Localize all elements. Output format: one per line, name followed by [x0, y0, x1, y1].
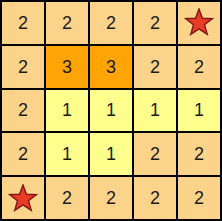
- star-icon: [184, 8, 214, 37]
- cell-number: 2: [150, 145, 160, 163]
- cell-number: 1: [194, 101, 204, 119]
- board-cell-r2c0[interactable]: 2: [2, 90, 44, 132]
- board-cell-r1c2[interactable]: 3: [90, 46, 132, 88]
- puzzle-board: 22222332221111211222222: [0, 0, 222, 221]
- cell-number: 1: [106, 145, 116, 163]
- cell-number: 1: [62, 145, 72, 163]
- board-cell-r2c3[interactable]: 1: [134, 90, 176, 132]
- board-cell-r2c1[interactable]: 1: [46, 90, 88, 132]
- cell-number: 2: [194, 189, 204, 207]
- board-cell-r3c3[interactable]: 2: [134, 133, 176, 175]
- board-cell-r4c2[interactable]: 2: [90, 177, 132, 219]
- board-cell-r3c4[interactable]: 2: [178, 133, 220, 175]
- cell-number: 2: [18, 14, 28, 32]
- board-cell-r0c4[interactable]: [178, 2, 220, 44]
- board-cell-r0c2[interactable]: 2: [90, 2, 132, 44]
- cell-number: 2: [62, 189, 72, 207]
- board-cell-r1c3[interactable]: 2: [134, 46, 176, 88]
- board-cell-r1c0[interactable]: 2: [2, 46, 44, 88]
- cell-number: 2: [150, 189, 160, 207]
- board-cell-r4c0[interactable]: [2, 177, 44, 219]
- board-cell-r2c4[interactable]: 1: [178, 90, 220, 132]
- board-cell-r3c2[interactable]: 1: [90, 133, 132, 175]
- board-cell-r4c4[interactable]: 2: [178, 177, 220, 219]
- cell-number: 2: [18, 101, 28, 119]
- cell-number: 3: [106, 58, 116, 76]
- cell-number: 2: [194, 58, 204, 76]
- cell-number: 2: [150, 58, 160, 76]
- cell-number: 2: [194, 145, 204, 163]
- cell-number: 2: [18, 145, 28, 163]
- board-cell-r1c1[interactable]: 3: [46, 46, 88, 88]
- board-cell-r4c1[interactable]: 2: [46, 177, 88, 219]
- board-cell-r3c1[interactable]: 1: [46, 133, 88, 175]
- cell-number: 1: [62, 101, 72, 119]
- board-cell-r3c0[interactable]: 2: [2, 133, 44, 175]
- cell-number: 2: [106, 14, 116, 32]
- cell-number: 2: [62, 14, 72, 32]
- board-cell-r4c3[interactable]: 2: [134, 177, 176, 219]
- board-cell-r0c3[interactable]: 2: [134, 2, 176, 44]
- star-icon: [8, 184, 38, 213]
- cell-number: 2: [18, 58, 28, 76]
- cell-number: 3: [62, 58, 72, 76]
- cell-number: 1: [106, 101, 116, 119]
- cell-number: 1: [150, 101, 160, 119]
- board-cell-r0c1[interactable]: 2: [46, 2, 88, 44]
- board-cell-r0c0[interactable]: 2: [2, 2, 44, 44]
- board-cell-r2c2[interactable]: 1: [90, 90, 132, 132]
- cell-number: 2: [106, 189, 116, 207]
- board-cell-r1c4[interactable]: 2: [178, 46, 220, 88]
- cell-number: 2: [150, 14, 160, 32]
